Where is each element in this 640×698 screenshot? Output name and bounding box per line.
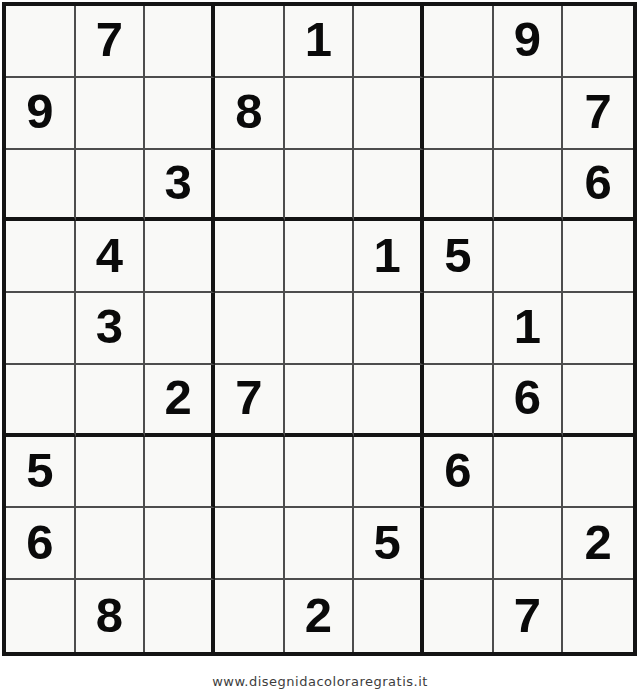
- cell-r4c5[interactable]: [285, 221, 355, 293]
- cell-r7c2[interactable]: [76, 437, 146, 509]
- cell-r1c4[interactable]: [215, 6, 285, 78]
- cell-r9c2[interactable]: 8: [76, 580, 146, 652]
- cell-r5c9[interactable]: [563, 293, 633, 365]
- cell-r7c4[interactable]: [215, 437, 285, 509]
- cell-r1c5[interactable]: 1: [285, 6, 355, 78]
- cell-r1c2[interactable]: 7: [76, 6, 146, 78]
- cell-r7c1[interactable]: 5: [6, 437, 76, 509]
- given-digit: 3: [165, 158, 192, 207]
- given-digit: 6: [585, 158, 612, 207]
- given-digit: 5: [444, 231, 471, 280]
- cell-r3c6[interactable]: [354, 150, 424, 222]
- cell-r7c9[interactable]: [563, 437, 633, 509]
- given-digit: 5: [26, 446, 53, 495]
- given-digit: 8: [96, 591, 123, 640]
- cell-r4c7[interactable]: 5: [424, 221, 494, 293]
- cell-r4c1[interactable]: [6, 221, 76, 293]
- cell-r2c1[interactable]: 9: [6, 78, 76, 150]
- cell-r7c6[interactable]: [354, 437, 424, 509]
- cell-r1c7[interactable]: [424, 6, 494, 78]
- cell-r3c4[interactable]: [215, 150, 285, 222]
- given-digit: 2: [585, 518, 612, 567]
- cell-r1c8[interactable]: 9: [494, 6, 564, 78]
- cell-r2c5[interactable]: [285, 78, 355, 150]
- cell-r5c1[interactable]: [6, 293, 76, 365]
- cell-r5c4[interactable]: [215, 293, 285, 365]
- cell-r8c8[interactable]: [494, 508, 564, 580]
- cell-r8c2[interactable]: [76, 508, 146, 580]
- cell-r5c8[interactable]: 1: [494, 293, 564, 365]
- given-digit: 2: [305, 591, 332, 640]
- cell-r9c5[interactable]: 2: [285, 580, 355, 652]
- given-digit: 5: [374, 518, 401, 567]
- cell-r1c9[interactable]: [563, 6, 633, 78]
- given-digit: 1: [305, 15, 332, 64]
- given-digit: 7: [96, 15, 123, 64]
- given-digit: 4: [96, 231, 123, 280]
- cell-r2c7[interactable]: [424, 78, 494, 150]
- given-digit: 7: [514, 591, 541, 640]
- cell-r5c2[interactable]: 3: [76, 293, 146, 365]
- cell-r3c8[interactable]: [494, 150, 564, 222]
- cell-r6c4[interactable]: 7: [215, 365, 285, 437]
- cell-r5c6[interactable]: [354, 293, 424, 365]
- cell-r2c2[interactable]: [76, 78, 146, 150]
- given-digit: 1: [374, 231, 401, 280]
- cell-r5c5[interactable]: [285, 293, 355, 365]
- cell-r9c7[interactable]: [424, 580, 494, 652]
- cell-r9c9[interactable]: [563, 580, 633, 652]
- cell-r7c3[interactable]: [145, 437, 215, 509]
- cell-r2c3[interactable]: [145, 78, 215, 150]
- cell-r9c4[interactable]: [215, 580, 285, 652]
- cell-r5c7[interactable]: [424, 293, 494, 365]
- cell-r2c4[interactable]: 8: [215, 78, 285, 150]
- cell-r8c3[interactable]: [145, 508, 215, 580]
- cell-r9c3[interactable]: [145, 580, 215, 652]
- footer: www.disegnidacoloraregratis.it: [0, 672, 640, 690]
- cell-r3c3[interactable]: 3: [145, 150, 215, 222]
- cell-r5c3[interactable]: [145, 293, 215, 365]
- cell-r1c1[interactable]: [6, 6, 76, 78]
- cell-r6c7[interactable]: [424, 365, 494, 437]
- sudoku-board: 719987364153127656652827: [2, 2, 637, 656]
- cell-r9c1[interactable]: [6, 580, 76, 652]
- cell-r3c9[interactable]: 6: [563, 150, 633, 222]
- given-digit: 7: [585, 87, 612, 136]
- given-digit: 6: [444, 446, 471, 495]
- cell-r7c7[interactable]: 6: [424, 437, 494, 509]
- cell-r3c1[interactable]: [6, 150, 76, 222]
- cell-r6c5[interactable]: [285, 365, 355, 437]
- given-digit: 9: [514, 15, 541, 64]
- cell-r3c2[interactable]: [76, 150, 146, 222]
- given-digit: 7: [235, 373, 262, 422]
- given-digit: 9: [26, 87, 53, 136]
- cell-r7c5[interactable]: [285, 437, 355, 509]
- given-digit: 6: [514, 373, 541, 422]
- cell-r9c8[interactable]: 7: [494, 580, 564, 652]
- cell-r4c4[interactable]: [215, 221, 285, 293]
- cell-r3c7[interactable]: [424, 150, 494, 222]
- cell-r4c2[interactable]: 4: [76, 221, 146, 293]
- cell-r1c6[interactable]: [354, 6, 424, 78]
- cell-r3c5[interactable]: [285, 150, 355, 222]
- given-digit: 1: [514, 302, 541, 351]
- cell-r6c1[interactable]: [6, 365, 76, 437]
- given-digit: 6: [26, 518, 53, 567]
- cell-r7c8[interactable]: [494, 437, 564, 509]
- cell-r9c6[interactable]: [354, 580, 424, 652]
- cell-r4c9[interactable]: [563, 221, 633, 293]
- cell-r8c4[interactable]: [215, 508, 285, 580]
- cell-r4c6[interactable]: 1: [354, 221, 424, 293]
- cell-r8c1[interactable]: 6: [6, 508, 76, 580]
- given-digit: 3: [96, 302, 123, 351]
- cell-r4c3[interactable]: [145, 221, 215, 293]
- watermark-text: www.disegnidacoloraregratis.it: [212, 674, 428, 689]
- cell-r2c9[interactable]: 7: [563, 78, 633, 150]
- cell-r1c3[interactable]: [145, 6, 215, 78]
- cell-r6c2[interactable]: [76, 365, 146, 437]
- cell-r8c9[interactable]: 2: [563, 508, 633, 580]
- cell-r4c8[interactable]: [494, 221, 564, 293]
- given-digit: 2: [165, 373, 192, 422]
- cell-r8c6[interactable]: 5: [354, 508, 424, 580]
- cell-r2c6[interactable]: [354, 78, 424, 150]
- cell-r8c7[interactable]: [424, 508, 494, 580]
- cell-r8c5[interactable]: [285, 508, 355, 580]
- cell-r6c3[interactable]: 2: [145, 365, 215, 437]
- cell-r6c9[interactable]: [563, 365, 633, 437]
- cell-r6c6[interactable]: [354, 365, 424, 437]
- given-digit: 8: [235, 87, 262, 136]
- cell-r2c8[interactable]: [494, 78, 564, 150]
- cell-r6c8[interactable]: 6: [494, 365, 564, 437]
